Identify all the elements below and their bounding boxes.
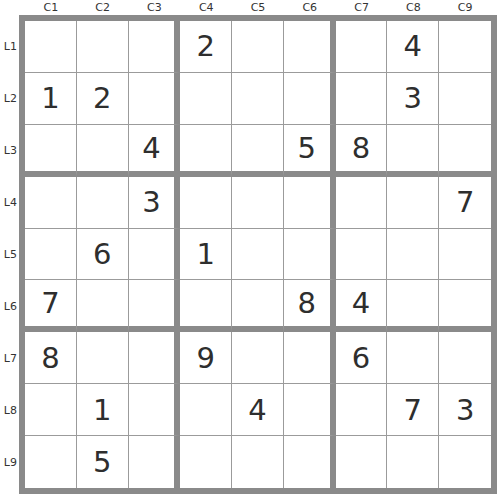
row-label-L3: L3: [0, 125, 19, 177]
column-label-C2: C2: [77, 0, 129, 15]
cell-L7C7[interactable]: 6: [336, 332, 388, 384]
row-label-L1: L1: [0, 21, 19, 73]
cell-L4C1[interactable]: [25, 177, 77, 229]
cell-L4C4[interactable]: [180, 177, 232, 229]
column-label-C1: C1: [25, 0, 77, 15]
cell-L2C9[interactable]: [439, 73, 491, 125]
cell-L4C9[interactable]: 7: [439, 177, 491, 229]
row-label-L7: L7: [0, 332, 19, 384]
column-label-C7: C7: [336, 0, 388, 15]
cell-L3C8[interactable]: [387, 125, 439, 177]
cell-L6C9[interactable]: [439, 280, 491, 332]
cell-L4C5[interactable]: [232, 177, 284, 229]
cell-L9C7[interactable]: [336, 436, 388, 488]
cell-L7C1[interactable]: 8: [25, 332, 77, 384]
cell-L5C1[interactable]: [25, 229, 77, 281]
cell-L1C4[interactable]: 2: [180, 21, 232, 73]
cell-L6C2[interactable]: [77, 280, 129, 332]
cell-L4C6[interactable]: [284, 177, 336, 229]
column-label-C6: C6: [284, 0, 336, 15]
cell-L2C2[interactable]: 2: [77, 73, 129, 125]
column-label-C4: C4: [180, 0, 232, 15]
row-label-L5: L5: [0, 229, 19, 281]
cell-L5C9[interactable]: [439, 229, 491, 281]
column-labels: C1C2C3C4C5C6C7C8C9: [19, 0, 497, 15]
cell-L2C4[interactable]: [180, 73, 232, 125]
cell-L1C2[interactable]: [77, 21, 129, 73]
cell-L8C4[interactable]: [180, 384, 232, 436]
cell-L9C2[interactable]: 5: [77, 436, 129, 488]
cell-L7C2[interactable]: [77, 332, 129, 384]
cell-L3C1[interactable]: [25, 125, 77, 177]
cell-L9C5[interactable]: [232, 436, 284, 488]
cell-L6C1[interactable]: 7: [25, 280, 77, 332]
cell-L8C5[interactable]: 4: [232, 384, 284, 436]
cell-L6C8[interactable]: [387, 280, 439, 332]
cell-L7C3[interactable]: [129, 332, 181, 384]
cell-L4C8[interactable]: [387, 177, 439, 229]
cell-L7C9[interactable]: [439, 332, 491, 384]
cell-L1C3[interactable]: [129, 21, 181, 73]
cell-L7C6[interactable]: [284, 332, 336, 384]
cell-L8C2[interactable]: 1: [77, 384, 129, 436]
cell-L5C8[interactable]: [387, 229, 439, 281]
row-label-L8: L8: [0, 384, 19, 436]
cell-L5C2[interactable]: 6: [77, 229, 129, 281]
cell-L1C1[interactable]: [25, 21, 77, 73]
row-label-L2: L2: [0, 73, 19, 125]
sudoku-screenshot: C1C2C3C4C5C6C7C8C9 L1L2L3L4L5L6L7L8L9 24…: [0, 0, 500, 497]
cell-L2C1[interactable]: 1: [25, 73, 77, 125]
sudoku-board: 24123458376178489614735: [19, 15, 497, 494]
cell-L3C2[interactable]: [77, 125, 129, 177]
cell-L6C4[interactable]: [180, 280, 232, 332]
cell-L1C8[interactable]: 4: [387, 21, 439, 73]
cell-L8C6[interactable]: [284, 384, 336, 436]
cell-L6C7[interactable]: 4: [336, 280, 388, 332]
row-label-L9: L9: [0, 436, 19, 488]
cell-L8C9[interactable]: 3: [439, 384, 491, 436]
column-label-C3: C3: [129, 0, 181, 15]
cell-L9C1[interactable]: [25, 436, 77, 488]
row-label-L4: L4: [0, 177, 19, 229]
cell-L3C7[interactable]: 8: [336, 125, 388, 177]
cell-L2C7[interactable]: [336, 73, 388, 125]
cell-L3C3[interactable]: 4: [129, 125, 181, 177]
cell-L7C4[interactable]: 9: [180, 332, 232, 384]
cell-L8C7[interactable]: [336, 384, 388, 436]
row-labels: L1L2L3L4L5L6L7L8L9: [0, 15, 19, 494]
cell-L6C3[interactable]: [129, 280, 181, 332]
cell-L7C5[interactable]: [232, 332, 284, 384]
row-label-L6: L6: [0, 280, 19, 332]
cell-L2C6[interactable]: [284, 73, 336, 125]
cell-L2C5[interactable]: [232, 73, 284, 125]
cell-L9C3[interactable]: [129, 436, 181, 488]
cell-L6C5[interactable]: [232, 280, 284, 332]
cell-L4C7[interactable]: [336, 177, 388, 229]
cell-L8C1[interactable]: [25, 384, 77, 436]
cell-L5C6[interactable]: [284, 229, 336, 281]
cell-L8C3[interactable]: [129, 384, 181, 436]
cell-L1C6[interactable]: [284, 21, 336, 73]
cell-L9C8[interactable]: [387, 436, 439, 488]
column-label-C9: C9: [439, 0, 491, 15]
cell-L7C8[interactable]: [387, 332, 439, 384]
cell-L5C3[interactable]: [129, 229, 181, 281]
column-label-C8: C8: [387, 0, 439, 15]
cell-L5C7[interactable]: [336, 229, 388, 281]
cell-L5C5[interactable]: [232, 229, 284, 281]
cell-L9C4[interactable]: [180, 436, 232, 488]
cell-L6C6[interactable]: 8: [284, 280, 336, 332]
cell-L2C8[interactable]: 3: [387, 73, 439, 125]
column-label-C5: C5: [232, 0, 284, 15]
cell-L8C8[interactable]: 7: [387, 384, 439, 436]
cell-L3C5[interactable]: [232, 125, 284, 177]
cell-L1C5[interactable]: [232, 21, 284, 73]
cell-L4C2[interactable]: [77, 177, 129, 229]
cell-L3C4[interactable]: [180, 125, 232, 177]
cell-L9C6[interactable]: [284, 436, 336, 488]
cell-L3C9[interactable]: [439, 125, 491, 177]
cell-L5C4[interactable]: 1: [180, 229, 232, 281]
cell-L2C3[interactable]: [129, 73, 181, 125]
cell-L4C3[interactable]: 3: [129, 177, 181, 229]
cell-L3C6[interactable]: 5: [284, 125, 336, 177]
cell-L1C7[interactable]: [336, 21, 388, 73]
cell-L9C9[interactable]: [439, 436, 491, 488]
cell-L1C9[interactable]: [439, 21, 491, 73]
